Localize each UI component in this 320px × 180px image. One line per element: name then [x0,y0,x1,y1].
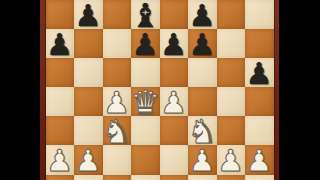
square-h3 [245,116,274,145]
video-frame: ♟♝♟♟♟♟♟♟♟♛♟♞♞♟♟♟♟♟ [0,0,320,180]
square-d4: ♛ [131,87,160,116]
black-pawn-b7: ♟ [75,1,102,31]
square-b7: ♟ [74,0,103,29]
square-b2: ♟ [74,145,103,174]
square-e6: ♟ [160,29,189,58]
board: ♟♝♟♟♟♟♟♟♟♛♟♞♞♟♟♟♟♟ [46,0,274,180]
square-a7 [46,0,75,29]
square-e1 [160,175,189,180]
square-g3 [217,116,246,145]
square-e2 [160,145,189,174]
letterbox-left [0,0,40,180]
square-g5 [217,58,246,87]
square-a2: ♟ [46,145,75,174]
white-pawn-h2: ♟ [246,146,273,176]
square-f5 [188,58,217,87]
square-e3 [160,116,189,145]
square-f6: ♟ [188,29,217,58]
black-pawn-a6: ♟ [46,30,73,60]
square-h2: ♟ [245,145,274,174]
square-b3 [74,116,103,145]
square-h5: ♟ [245,58,274,87]
square-b4 [74,87,103,116]
square-b1 [74,175,103,180]
square-g1 [217,175,246,180]
square-a5 [46,58,75,87]
square-g6 [217,29,246,58]
white-knight-c3: ♞ [102,115,132,148]
square-c2 [103,145,132,174]
board-frame: ♟♝♟♟♟♟♟♟♟♛♟♞♞♟♟♟♟♟ [40,0,279,180]
square-g2: ♟ [217,145,246,174]
square-d3 [131,116,160,145]
square-h7 [245,0,274,29]
square-d1 [131,175,160,180]
square-f2: ♟ [188,145,217,174]
square-d7: ♝ [131,0,160,29]
letterbox-right [279,0,320,180]
square-g4 [217,87,246,116]
square-h6 [245,29,274,58]
white-pawn-e4: ♟ [160,88,187,118]
square-d2 [131,145,160,174]
square-b5 [74,58,103,87]
black-pawn-d6: ♟ [132,30,159,60]
black-pawn-e6: ♟ [160,30,187,60]
square-c6 [103,29,132,58]
black-pawn-h5: ♟ [246,59,273,89]
square-c5 [103,58,132,87]
black-pawn-f6: ♟ [189,30,216,60]
white-pawn-f2: ♟ [189,146,216,176]
square-c3: ♞ [103,116,132,145]
white-pawn-b2: ♟ [75,146,102,176]
square-e7 [160,0,189,29]
square-f7: ♟ [188,0,217,29]
square-c1 [103,175,132,180]
square-b6 [74,29,103,58]
square-c7 [103,0,132,29]
square-d6: ♟ [131,29,160,58]
square-a3 [46,116,75,145]
white-pawn-g2: ♟ [217,146,244,176]
square-f3: ♞ [188,116,217,145]
square-a1 [46,175,75,180]
white-queen-d4: ♛ [130,86,160,119]
white-pawn-a2: ♟ [46,146,73,176]
square-h4 [245,87,274,116]
square-e4: ♟ [160,87,189,116]
square-e5 [160,58,189,87]
square-g7 [217,0,246,29]
square-h1 [245,175,274,180]
square-a4 [46,87,75,116]
square-a6: ♟ [46,29,75,58]
square-f1 [188,175,217,180]
